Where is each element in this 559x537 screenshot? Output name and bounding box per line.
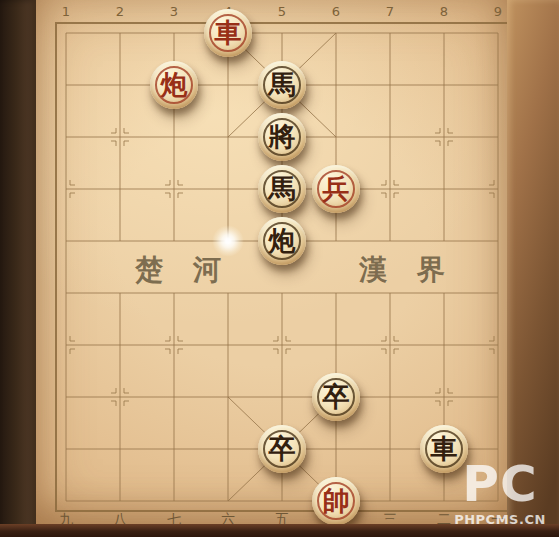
piece-character: 卒 [269, 435, 296, 462]
board-frame-left [0, 0, 36, 537]
piece-character: 兵 [323, 175, 350, 202]
piece-black-horse[interactable]: 馬 [258, 165, 306, 213]
xiangqi-game-screen: 123456789 九八七六五四三二一 楚 河 漢 界 車炮馬將馬兵炮卒卒車帥 … [0, 0, 559, 537]
piece-black-general[interactable]: 將 [258, 113, 306, 161]
piece-red-soldier[interactable]: 兵 [312, 165, 360, 213]
piece-character: 炮 [269, 227, 296, 254]
move-indicator-glow [212, 225, 244, 257]
piece-red-chariot[interactable]: 車 [204, 9, 252, 57]
piece-character: 卒 [323, 383, 350, 410]
piece-black-soldier[interactable]: 卒 [258, 425, 306, 473]
board-grid[interactable]: 車炮馬將馬兵炮卒卒車帥 [39, 7, 525, 527]
piece-red-cannon[interactable]: 炮 [150, 61, 198, 109]
watermark-logo: PC [445, 458, 555, 510]
piece-black-cannon[interactable]: 炮 [258, 217, 306, 265]
piece-black-horse[interactable]: 馬 [258, 61, 306, 109]
piece-character: 炮 [161, 71, 188, 98]
piece-character: 馬 [269, 175, 296, 202]
piece-black-soldier[interactable]: 卒 [312, 373, 360, 421]
piece-red-general[interactable]: 帥 [312, 477, 360, 525]
piece-character: 帥 [323, 487, 350, 514]
piece-character: 馬 [269, 71, 296, 98]
watermark-text: PHPCMS.CN [445, 512, 555, 527]
piece-character: 車 [215, 19, 242, 46]
piece-character: 將 [269, 123, 296, 150]
watermark: PC PHPCMS.CN [445, 458, 555, 527]
